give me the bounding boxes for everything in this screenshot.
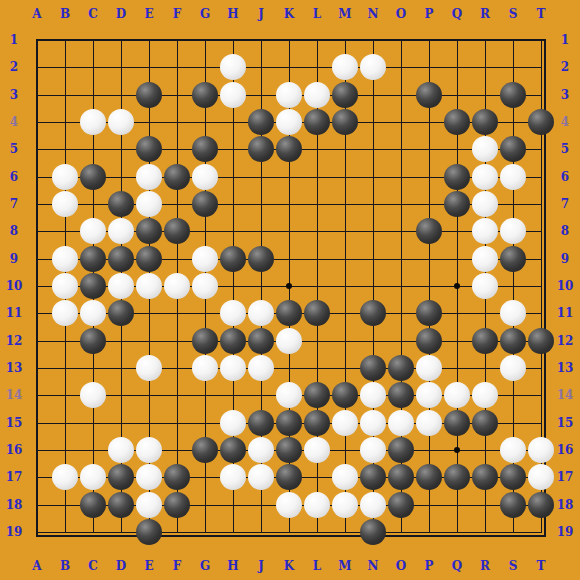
- grid-line-v: [37, 40, 38, 533]
- stone-black[interactable]: [444, 191, 470, 217]
- col-label-bottom: F: [164, 560, 190, 572]
- col-label-bottom: H: [220, 560, 246, 572]
- stone-white[interactable]: [360, 54, 386, 80]
- stone-black[interactable]: [220, 246, 246, 272]
- row-label-right: 15: [552, 417, 578, 429]
- row-label-left: 19: [1, 526, 27, 538]
- stone-black[interactable]: [192, 437, 218, 463]
- stone-white[interactable]: [248, 437, 274, 463]
- stone-black[interactable]: [416, 300, 442, 326]
- col-label-bottom: B: [52, 560, 78, 572]
- stone-black[interactable]: [108, 191, 134, 217]
- stone-black[interactable]: [444, 464, 470, 490]
- stone-black[interactable]: [500, 136, 526, 162]
- stone-black[interactable]: [500, 246, 526, 272]
- row-label-left: 8: [1, 225, 27, 237]
- stone-white[interactable]: [80, 382, 106, 408]
- row-label-left: 10: [1, 280, 27, 292]
- col-label-top: H: [220, 8, 246, 20]
- stone-white[interactable]: [52, 191, 78, 217]
- stone-white[interactable]: [360, 437, 386, 463]
- stone-black[interactable]: [388, 464, 414, 490]
- stone-black[interactable]: [276, 300, 302, 326]
- col-label-bottom: M: [332, 560, 358, 572]
- row-label-left: 7: [1, 198, 27, 210]
- stone-white[interactable]: [80, 300, 106, 326]
- stone-black[interactable]: [388, 355, 414, 381]
- stone-white[interactable]: [416, 410, 442, 436]
- stone-white[interactable]: [276, 109, 302, 135]
- stone-white[interactable]: [500, 355, 526, 381]
- stone-white[interactable]: [528, 437, 554, 463]
- stone-black[interactable]: [332, 82, 358, 108]
- stone-black[interactable]: [360, 464, 386, 490]
- stone-black[interactable]: [276, 464, 302, 490]
- row-label-right: 1: [552, 34, 578, 46]
- stone-white[interactable]: [136, 492, 162, 518]
- stone-black[interactable]: [248, 410, 274, 436]
- row-label-left: 13: [1, 362, 27, 374]
- stone-black[interactable]: [80, 164, 106, 190]
- col-label-top: N: [360, 8, 386, 20]
- stone-black[interactable]: [332, 382, 358, 408]
- stone-black[interactable]: [136, 246, 162, 272]
- col-label-bottom: O: [388, 560, 414, 572]
- stone-white[interactable]: [472, 218, 498, 244]
- stone-black[interactable]: [248, 246, 274, 272]
- stone-white[interactable]: [52, 464, 78, 490]
- stone-white[interactable]: [360, 410, 386, 436]
- stone-black[interactable]: [136, 82, 162, 108]
- stone-white[interactable]: [136, 437, 162, 463]
- stone-white[interactable]: [136, 355, 162, 381]
- stone-white[interactable]: [80, 218, 106, 244]
- stone-black[interactable]: [416, 218, 442, 244]
- stone-white[interactable]: [332, 464, 358, 490]
- row-label-left: 2: [1, 61, 27, 73]
- stone-white[interactable]: [220, 82, 246, 108]
- stone-white[interactable]: [220, 300, 246, 326]
- stone-black[interactable]: [164, 164, 190, 190]
- stone-black[interactable]: [528, 328, 554, 354]
- stone-white[interactable]: [248, 464, 274, 490]
- row-label-right: 8: [552, 225, 578, 237]
- stone-white[interactable]: [192, 164, 218, 190]
- stone-white[interactable]: [528, 464, 554, 490]
- row-label-left: 11: [1, 307, 27, 319]
- col-label-bottom: A: [24, 560, 50, 572]
- col-label-top: O: [388, 8, 414, 20]
- col-label-bottom: Q: [444, 560, 470, 572]
- stone-black[interactable]: [472, 109, 498, 135]
- stone-black[interactable]: [528, 492, 554, 518]
- row-label-right: 14: [552, 389, 578, 401]
- stone-black[interactable]: [360, 300, 386, 326]
- stone-white[interactable]: [500, 218, 526, 244]
- row-label-right: 2: [552, 61, 578, 73]
- col-label-bottom: J: [248, 560, 274, 572]
- stone-black[interactable]: [276, 437, 302, 463]
- stone-white[interactable]: [332, 410, 358, 436]
- stone-black[interactable]: [444, 164, 470, 190]
- col-label-bottom: N: [360, 560, 386, 572]
- stone-black[interactable]: [500, 464, 526, 490]
- stone-white[interactable]: [472, 273, 498, 299]
- stone-white[interactable]: [500, 164, 526, 190]
- stone-white[interactable]: [220, 54, 246, 80]
- stone-white[interactable]: [304, 437, 330, 463]
- stone-black[interactable]: [192, 82, 218, 108]
- stone-black[interactable]: [304, 109, 330, 135]
- stone-black[interactable]: [472, 410, 498, 436]
- col-label-bottom: K: [276, 560, 302, 572]
- row-label-right: 4: [552, 116, 578, 128]
- col-label-top: K: [276, 8, 302, 20]
- stone-black[interactable]: [248, 109, 274, 135]
- star-point: [454, 283, 460, 289]
- go-board-screen: AABBCCDDEEFFGGHHJJKKLLMMNNOOPPQQRRSSTT11…: [0, 0, 580, 580]
- stone-white[interactable]: [52, 164, 78, 190]
- col-label-top: J: [248, 8, 274, 20]
- row-label-left: 14: [1, 389, 27, 401]
- col-label-bottom: P: [416, 560, 442, 572]
- stone-black[interactable]: [388, 382, 414, 408]
- stone-black[interactable]: [360, 519, 386, 545]
- stone-black[interactable]: [276, 410, 302, 436]
- stone-white[interactable]: [332, 54, 358, 80]
- stone-white[interactable]: [388, 410, 414, 436]
- stone-black[interactable]: [164, 492, 190, 518]
- row-label-right: 6: [552, 171, 578, 183]
- stone-white[interactable]: [416, 355, 442, 381]
- row-label-left: 1: [1, 34, 27, 46]
- row-label-right: 10: [552, 280, 578, 292]
- row-label-right: 18: [552, 499, 578, 511]
- stone-black[interactable]: [136, 218, 162, 244]
- col-label-bottom: T: [528, 560, 554, 572]
- stone-white[interactable]: [276, 382, 302, 408]
- stone-white[interactable]: [276, 328, 302, 354]
- col-label-bottom: G: [192, 560, 218, 572]
- stone-white[interactable]: [220, 464, 246, 490]
- stone-black[interactable]: [248, 136, 274, 162]
- stone-black[interactable]: [136, 519, 162, 545]
- col-label-bottom: L: [304, 560, 330, 572]
- stone-white[interactable]: [192, 355, 218, 381]
- stone-black[interactable]: [192, 191, 218, 217]
- stone-black[interactable]: [164, 218, 190, 244]
- stone-white[interactable]: [248, 300, 274, 326]
- stone-black[interactable]: [360, 355, 386, 381]
- grid-line-v: [429, 40, 430, 533]
- stone-black[interactable]: [444, 109, 470, 135]
- stone-black[interactable]: [80, 492, 106, 518]
- stone-white[interactable]: [276, 492, 302, 518]
- stone-white[interactable]: [52, 246, 78, 272]
- stone-black[interactable]: [192, 328, 218, 354]
- stone-white[interactable]: [276, 82, 302, 108]
- stone-black[interactable]: [416, 464, 442, 490]
- stone-white[interactable]: [108, 218, 134, 244]
- row-label-left: 4: [1, 116, 27, 128]
- stone-black[interactable]: [192, 136, 218, 162]
- col-label-top: A: [24, 8, 50, 20]
- stone-black[interactable]: [304, 410, 330, 436]
- stone-black[interactable]: [276, 136, 302, 162]
- stone-white[interactable]: [500, 300, 526, 326]
- stone-white[interactable]: [248, 355, 274, 381]
- star-point: [454, 447, 460, 453]
- stone-black[interactable]: [472, 464, 498, 490]
- col-label-top: G: [192, 8, 218, 20]
- col-label-top: F: [164, 8, 190, 20]
- col-label-top: C: [80, 8, 106, 20]
- row-label-right: 5: [552, 143, 578, 155]
- stone-black[interactable]: [472, 328, 498, 354]
- stone-white[interactable]: [500, 437, 526, 463]
- row-label-right: 12: [552, 335, 578, 347]
- stone-black[interactable]: [80, 328, 106, 354]
- row-label-left: 3: [1, 89, 27, 101]
- row-label-left: 18: [1, 499, 27, 511]
- stone-black[interactable]: [164, 464, 190, 490]
- col-label-top: S: [500, 8, 526, 20]
- stone-white[interactable]: [80, 109, 106, 135]
- stone-white[interactable]: [360, 382, 386, 408]
- col-label-bottom: C: [80, 560, 106, 572]
- stone-white[interactable]: [80, 464, 106, 490]
- stone-white[interactable]: [220, 410, 246, 436]
- stone-white[interactable]: [220, 355, 246, 381]
- row-label-left: 16: [1, 444, 27, 456]
- stone-white[interactable]: [108, 437, 134, 463]
- stone-black[interactable]: [108, 246, 134, 272]
- stone-white[interactable]: [52, 300, 78, 326]
- stone-black[interactable]: [416, 328, 442, 354]
- stone-black[interactable]: [220, 437, 246, 463]
- stone-black[interactable]: [80, 273, 106, 299]
- row-label-right: 9: [552, 253, 578, 265]
- stone-white[interactable]: [192, 273, 218, 299]
- row-label-left: 12: [1, 335, 27, 347]
- stone-black[interactable]: [220, 328, 246, 354]
- col-label-bottom: E: [136, 560, 162, 572]
- star-point: [286, 283, 292, 289]
- stone-black[interactable]: [416, 82, 442, 108]
- stone-white[interactable]: [472, 136, 498, 162]
- stone-white[interactable]: [108, 109, 134, 135]
- stone-white[interactable]: [332, 492, 358, 518]
- row-label-left: 6: [1, 171, 27, 183]
- col-label-top: B: [52, 8, 78, 20]
- stone-black[interactable]: [108, 300, 134, 326]
- stone-white[interactable]: [360, 492, 386, 518]
- stone-black[interactable]: [388, 492, 414, 518]
- row-label-right: 16: [552, 444, 578, 456]
- stone-white[interactable]: [472, 382, 498, 408]
- col-label-bottom: S: [500, 560, 526, 572]
- row-label-left: 9: [1, 253, 27, 265]
- stone-white[interactable]: [108, 273, 134, 299]
- stone-white[interactable]: [136, 164, 162, 190]
- col-label-top: M: [332, 8, 358, 20]
- stone-white[interactable]: [304, 492, 330, 518]
- stone-black[interactable]: [108, 464, 134, 490]
- stone-black[interactable]: [500, 328, 526, 354]
- stone-black[interactable]: [500, 82, 526, 108]
- col-label-top: P: [416, 8, 442, 20]
- row-label-right: 17: [552, 471, 578, 483]
- col-label-top: R: [472, 8, 498, 20]
- row-label-right: 13: [552, 362, 578, 374]
- row-label-right: 7: [552, 198, 578, 210]
- row-label-left: 17: [1, 471, 27, 483]
- stone-white[interactable]: [192, 246, 218, 272]
- row-label-left: 15: [1, 417, 27, 429]
- stone-black[interactable]: [332, 109, 358, 135]
- col-label-top: E: [136, 8, 162, 20]
- stone-white[interactable]: [52, 273, 78, 299]
- stone-white[interactable]: [472, 191, 498, 217]
- col-label-bottom: D: [108, 560, 134, 572]
- col-label-bottom: R: [472, 560, 498, 572]
- stone-white[interactable]: [472, 246, 498, 272]
- stone-white[interactable]: [136, 464, 162, 490]
- stone-black[interactable]: [528, 109, 554, 135]
- row-label-right: 3: [552, 89, 578, 101]
- stone-black[interactable]: [80, 246, 106, 272]
- stone-black[interactable]: [136, 136, 162, 162]
- stone-white[interactable]: [304, 82, 330, 108]
- stone-white[interactable]: [136, 273, 162, 299]
- row-label-left: 5: [1, 143, 27, 155]
- row-label-right: 11: [552, 307, 578, 319]
- stone-white[interactable]: [164, 273, 190, 299]
- col-label-top: T: [528, 8, 554, 20]
- col-label-top: Q: [444, 8, 470, 20]
- stone-black[interactable]: [388, 437, 414, 463]
- stone-black[interactable]: [248, 328, 274, 354]
- stone-black[interactable]: [500, 492, 526, 518]
- stone-white[interactable]: [444, 382, 470, 408]
- col-label-top: D: [108, 8, 134, 20]
- col-label-top: L: [304, 8, 330, 20]
- stone-white[interactable]: [416, 382, 442, 408]
- stone-black[interactable]: [304, 382, 330, 408]
- row-label-right: 19: [552, 526, 578, 538]
- stone-black[interactable]: [444, 410, 470, 436]
- stone-white[interactable]: [472, 164, 498, 190]
- stone-black[interactable]: [108, 492, 134, 518]
- stone-white[interactable]: [136, 191, 162, 217]
- stone-black[interactable]: [304, 300, 330, 326]
